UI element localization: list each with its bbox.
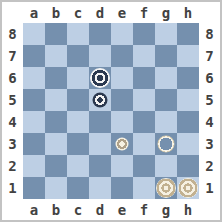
rank-label-left-8: 8 bbox=[2, 23, 23, 45]
board-margin-corner bbox=[199, 199, 220, 220]
rank-label-right-4: 4 bbox=[199, 111, 220, 133]
square-e4[interactable] bbox=[111, 111, 133, 133]
square-h5[interactable] bbox=[177, 89, 199, 111]
board-margin-corner bbox=[199, 2, 220, 23]
file-label-top-e: e bbox=[111, 2, 133, 23]
square-f7[interactable] bbox=[133, 45, 155, 67]
square-f2[interactable] bbox=[133, 155, 155, 177]
square-h1[interactable] bbox=[177, 177, 199, 199]
square-c1[interactable] bbox=[67, 177, 89, 199]
square-b5[interactable] bbox=[45, 89, 67, 111]
square-a6[interactable] bbox=[23, 67, 45, 89]
file-label-bottom-e: e bbox=[111, 199, 133, 220]
square-g2[interactable] bbox=[155, 155, 177, 177]
file-label-bottom-c: c bbox=[67, 199, 89, 220]
file-label-top-d: d bbox=[89, 2, 111, 23]
square-d6[interactable] bbox=[89, 67, 111, 89]
file-label-bottom-d: d bbox=[89, 199, 111, 220]
rank-label-left-2: 2 bbox=[2, 155, 23, 177]
square-h4[interactable] bbox=[177, 111, 199, 133]
square-d3[interactable] bbox=[89, 133, 111, 155]
square-a2[interactable] bbox=[23, 155, 45, 177]
draughts-board-diagram: abcdefgh8877665544332211abcdefgh bbox=[0, 0, 222, 222]
rank-label-left-4: 4 bbox=[2, 111, 23, 133]
square-e1[interactable] bbox=[111, 177, 133, 199]
square-d7[interactable] bbox=[89, 45, 111, 67]
square-h8[interactable] bbox=[177, 23, 199, 45]
rank-label-left-3: 3 bbox=[2, 133, 23, 155]
file-label-bottom-g: g bbox=[155, 199, 177, 220]
square-e7[interactable] bbox=[111, 45, 133, 67]
square-d4[interactable] bbox=[89, 111, 111, 133]
file-label-top-a: a bbox=[23, 2, 45, 23]
file-label-bottom-h: h bbox=[177, 199, 199, 220]
white-man-piece-e3[interactable] bbox=[116, 138, 129, 151]
square-d8[interactable] bbox=[89, 23, 111, 45]
square-e3[interactable] bbox=[111, 133, 133, 155]
file-label-bottom-a: a bbox=[23, 199, 45, 220]
rank-label-right-5: 5 bbox=[199, 89, 220, 111]
square-a1[interactable] bbox=[23, 177, 45, 199]
board-margin-corner bbox=[2, 2, 23, 23]
rank-label-left-6: 6 bbox=[2, 67, 23, 89]
square-d2[interactable] bbox=[89, 155, 111, 177]
square-f4[interactable] bbox=[133, 111, 155, 133]
square-b2[interactable] bbox=[45, 155, 67, 177]
rank-label-left-5: 5 bbox=[2, 89, 23, 111]
square-a8[interactable] bbox=[23, 23, 45, 45]
square-d1[interactable] bbox=[89, 177, 111, 199]
square-c5[interactable] bbox=[67, 89, 89, 111]
square-f3[interactable] bbox=[133, 133, 155, 155]
square-g6[interactable] bbox=[155, 67, 177, 89]
square-b8[interactable] bbox=[45, 23, 67, 45]
white-king-piece-g1[interactable] bbox=[156, 178, 176, 198]
square-g7[interactable] bbox=[155, 45, 177, 67]
square-c3[interactable] bbox=[67, 133, 89, 155]
rank-label-right-2: 2 bbox=[199, 155, 220, 177]
square-h7[interactable] bbox=[177, 45, 199, 67]
rank-label-left-1: 1 bbox=[2, 177, 23, 199]
square-c7[interactable] bbox=[67, 45, 89, 67]
square-g3[interactable] bbox=[155, 133, 177, 155]
rank-label-right-1: 1 bbox=[199, 177, 220, 199]
square-b4[interactable] bbox=[45, 111, 67, 133]
rank-label-right-3: 3 bbox=[199, 133, 220, 155]
rank-label-left-7: 7 bbox=[2, 45, 23, 67]
black-king-piece-d6[interactable] bbox=[90, 68, 110, 88]
square-c8[interactable] bbox=[67, 23, 89, 45]
file-label-bottom-b: b bbox=[45, 199, 67, 220]
square-e8[interactable] bbox=[111, 23, 133, 45]
square-a5[interactable] bbox=[23, 89, 45, 111]
board-margin-corner bbox=[2, 199, 23, 220]
square-g5[interactable] bbox=[155, 89, 177, 111]
ring-marker-g3[interactable] bbox=[158, 136, 175, 153]
square-b7[interactable] bbox=[45, 45, 67, 67]
file-label-top-g: g bbox=[155, 2, 177, 23]
square-c4[interactable] bbox=[67, 111, 89, 133]
square-a4[interactable] bbox=[23, 111, 45, 133]
square-f6[interactable] bbox=[133, 67, 155, 89]
rank-label-right-7: 7 bbox=[199, 45, 220, 67]
rank-label-right-6: 6 bbox=[199, 67, 220, 89]
square-e5[interactable] bbox=[111, 89, 133, 111]
file-label-bottom-f: f bbox=[133, 199, 155, 220]
square-c6[interactable] bbox=[67, 67, 89, 89]
file-label-top-c: c bbox=[67, 2, 89, 23]
square-f1[interactable] bbox=[133, 177, 155, 199]
square-e2[interactable] bbox=[111, 155, 133, 177]
square-h2[interactable] bbox=[177, 155, 199, 177]
square-d5[interactable] bbox=[89, 89, 111, 111]
file-label-top-h: h bbox=[177, 2, 199, 23]
square-g8[interactable] bbox=[155, 23, 177, 45]
square-b3[interactable] bbox=[45, 133, 67, 155]
rank-label-right-8: 8 bbox=[199, 23, 220, 45]
square-a3[interactable] bbox=[23, 133, 45, 155]
file-label-top-f: f bbox=[133, 2, 155, 23]
square-a7[interactable] bbox=[23, 45, 45, 67]
square-h3[interactable] bbox=[177, 133, 199, 155]
square-b6[interactable] bbox=[45, 67, 67, 89]
file-label-top-b: b bbox=[45, 2, 67, 23]
square-f5[interactable] bbox=[133, 89, 155, 111]
black-man-piece-d5[interactable] bbox=[93, 93, 108, 108]
square-h6[interactable] bbox=[177, 67, 199, 89]
square-g1[interactable] bbox=[155, 177, 177, 199]
square-c2[interactable] bbox=[67, 155, 89, 177]
square-g4[interactable] bbox=[155, 111, 177, 133]
white-king-piece-h1[interactable] bbox=[178, 178, 198, 198]
square-e6[interactable] bbox=[111, 67, 133, 89]
square-f8[interactable] bbox=[133, 23, 155, 45]
square-b1[interactable] bbox=[45, 177, 67, 199]
